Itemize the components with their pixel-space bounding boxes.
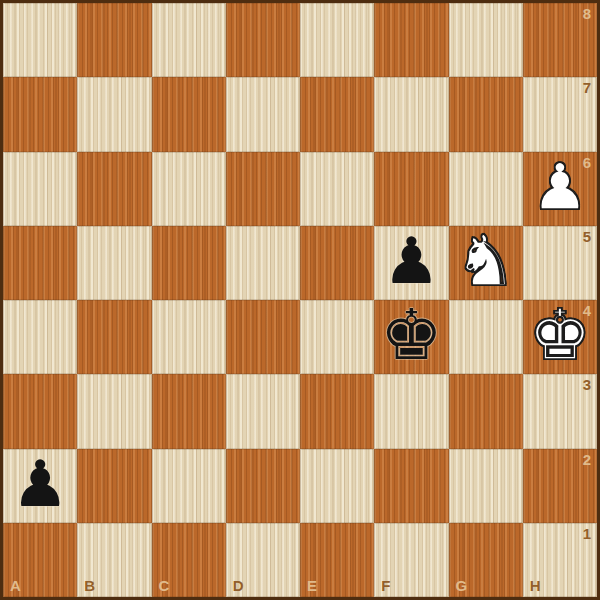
square-f4[interactable]: ♚ bbox=[374, 300, 448, 374]
white-knight[interactable]: ♞ bbox=[454, 226, 517, 296]
square-d6[interactable] bbox=[226, 152, 300, 226]
square-a7[interactable] bbox=[3, 77, 77, 151]
file-label-h: H bbox=[530, 578, 541, 593]
chess-board: 87♟6♟♞5♚♚43♟2ABCDEFGH1 bbox=[0, 0, 600, 600]
square-f3[interactable] bbox=[374, 374, 448, 448]
rank-label-1: 1 bbox=[583, 526, 591, 541]
square-d3[interactable] bbox=[226, 374, 300, 448]
square-h1[interactable]: H1 bbox=[523, 523, 597, 597]
square-c1[interactable]: C bbox=[152, 523, 226, 597]
square-b4[interactable] bbox=[77, 300, 151, 374]
rank-label-3: 3 bbox=[583, 377, 591, 392]
square-a8[interactable] bbox=[3, 3, 77, 77]
file-label-f: F bbox=[381, 578, 390, 593]
square-c4[interactable] bbox=[152, 300, 226, 374]
black-pawn[interactable]: ♟ bbox=[11, 452, 68, 516]
black-pawn[interactable]: ♟ bbox=[383, 229, 440, 293]
square-h3[interactable]: 3 bbox=[523, 374, 597, 448]
square-e2[interactable] bbox=[300, 449, 374, 523]
square-b5[interactable] bbox=[77, 226, 151, 300]
square-c3[interactable] bbox=[152, 374, 226, 448]
file-label-a: A bbox=[10, 578, 21, 593]
square-a2[interactable]: ♟ bbox=[3, 449, 77, 523]
square-g5[interactable]: ♞ bbox=[449, 226, 523, 300]
square-h2[interactable]: 2 bbox=[523, 449, 597, 523]
square-f8[interactable] bbox=[374, 3, 448, 77]
file-label-d: D bbox=[233, 578, 244, 593]
square-h8[interactable]: 8 bbox=[523, 3, 597, 77]
square-e6[interactable] bbox=[300, 152, 374, 226]
square-f2[interactable] bbox=[374, 449, 448, 523]
rank-label-8: 8 bbox=[583, 6, 591, 21]
square-g1[interactable]: G bbox=[449, 523, 523, 597]
square-e8[interactable] bbox=[300, 3, 374, 77]
file-label-g: G bbox=[456, 578, 468, 593]
square-a5[interactable] bbox=[3, 226, 77, 300]
square-b2[interactable] bbox=[77, 449, 151, 523]
square-e7[interactable] bbox=[300, 77, 374, 151]
square-g7[interactable] bbox=[449, 77, 523, 151]
square-c6[interactable] bbox=[152, 152, 226, 226]
white-pawn[interactable]: ♟ bbox=[531, 155, 588, 219]
square-h6[interactable]: ♟6 bbox=[523, 152, 597, 226]
rank-label-2: 2 bbox=[583, 452, 591, 467]
square-a1[interactable]: A bbox=[3, 523, 77, 597]
square-d5[interactable] bbox=[226, 226, 300, 300]
square-g4[interactable] bbox=[449, 300, 523, 374]
square-c2[interactable] bbox=[152, 449, 226, 523]
square-b3[interactable] bbox=[77, 374, 151, 448]
square-h7[interactable]: 7 bbox=[523, 77, 597, 151]
square-a4[interactable] bbox=[3, 300, 77, 374]
file-label-c: C bbox=[159, 578, 170, 593]
square-f5[interactable]: ♟ bbox=[374, 226, 448, 300]
square-d2[interactable] bbox=[226, 449, 300, 523]
square-e4[interactable] bbox=[300, 300, 374, 374]
file-label-b: B bbox=[84, 578, 95, 593]
square-d8[interactable] bbox=[226, 3, 300, 77]
square-g6[interactable] bbox=[449, 152, 523, 226]
square-f7[interactable] bbox=[374, 77, 448, 151]
square-b1[interactable]: B bbox=[77, 523, 151, 597]
rank-label-4: 4 bbox=[583, 303, 591, 318]
square-c5[interactable] bbox=[152, 226, 226, 300]
square-c8[interactable] bbox=[152, 3, 226, 77]
square-g3[interactable] bbox=[449, 374, 523, 448]
square-g2[interactable] bbox=[449, 449, 523, 523]
square-g8[interactable] bbox=[449, 3, 523, 77]
square-a6[interactable] bbox=[3, 152, 77, 226]
square-d4[interactable] bbox=[226, 300, 300, 374]
file-label-e: E bbox=[307, 578, 317, 593]
square-f6[interactable] bbox=[374, 152, 448, 226]
square-b6[interactable] bbox=[77, 152, 151, 226]
square-b7[interactable] bbox=[77, 77, 151, 151]
square-h4[interactable]: ♚4 bbox=[523, 300, 597, 374]
square-h5[interactable]: 5 bbox=[523, 226, 597, 300]
square-b8[interactable] bbox=[77, 3, 151, 77]
square-f1[interactable]: F bbox=[374, 523, 448, 597]
square-d7[interactable] bbox=[226, 77, 300, 151]
square-e1[interactable]: E bbox=[300, 523, 374, 597]
square-e3[interactable] bbox=[300, 374, 374, 448]
square-a3[interactable] bbox=[3, 374, 77, 448]
square-e5[interactable] bbox=[300, 226, 374, 300]
rank-label-5: 5 bbox=[583, 229, 591, 244]
square-d1[interactable]: D bbox=[226, 523, 300, 597]
square-c7[interactable] bbox=[152, 77, 226, 151]
rank-label-6: 6 bbox=[583, 155, 591, 170]
rank-label-7: 7 bbox=[583, 80, 591, 95]
black-king[interactable]: ♚ bbox=[380, 300, 443, 370]
